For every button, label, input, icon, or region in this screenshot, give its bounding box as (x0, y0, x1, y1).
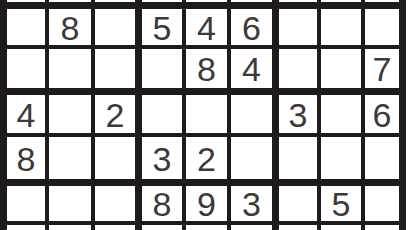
cell-r4c1[interactable]: 8 (7, 137, 45, 179)
given-digit: 4 (242, 51, 261, 86)
grid-vline-8-thin (361, 0, 365, 230)
grid-hline-4-thick (0, 179, 406, 186)
cell-r1c9[interactable] (365, 9, 399, 45)
cell-r2c7[interactable] (279, 49, 317, 88)
cell-r4c8[interactable] (321, 137, 361, 179)
cell-r4c7[interactable] (279, 137, 317, 179)
grid-vline-4-thin (182, 0, 186, 230)
grid-vline-6-thick (272, 0, 279, 230)
grid-vline-9-thick (399, 0, 406, 230)
sudoku-board: 854684742368328935 (0, 0, 410, 230)
cell-r5c5[interactable]: 9 (186, 186, 227, 221)
given-digit: 7 (373, 51, 392, 86)
cell-r3c8[interactable] (321, 95, 361, 133)
cell-r4c3[interactable] (95, 137, 135, 179)
given-digit: 8 (153, 186, 172, 221)
cell-r1c7[interactable] (279, 9, 317, 45)
given-digit: 2 (197, 141, 216, 176)
given-digit: 8 (197, 51, 216, 86)
cell-r5c7[interactable] (279, 186, 317, 221)
cell-r5c8[interactable]: 5 (321, 186, 361, 221)
grid-hline-3-thin (0, 133, 406, 137)
cell-r5c1[interactable] (7, 186, 45, 221)
grid-vline-5-thin (227, 0, 231, 230)
cell-r1c1[interactable] (7, 9, 45, 45)
cell-r5c2[interactable] (49, 186, 91, 221)
cell-r1c3[interactable] (95, 9, 135, 45)
cell-r2c9[interactable]: 7 (365, 49, 399, 88)
cell-r3c7[interactable]: 3 (279, 95, 317, 133)
cell-r4c6[interactable] (231, 137, 272, 179)
cell-r2c3[interactable] (95, 49, 135, 88)
cell-r1c6[interactable]: 6 (231, 9, 272, 45)
cell-r2c8[interactable] (321, 49, 361, 88)
grid-hline-0-thick (0, 2, 406, 9)
cell-r1c5[interactable]: 4 (186, 9, 227, 45)
grid-hline-1-thin (0, 45, 406, 49)
given-digit: 3 (153, 141, 172, 176)
grid-hline-5-thin (0, 221, 406, 225)
given-digit: 6 (242, 10, 261, 45)
given-digit: 8 (61, 10, 80, 45)
cell-r2c2[interactable] (49, 49, 91, 88)
cell-r5c6[interactable]: 3 (231, 186, 272, 221)
cell-r3c4[interactable] (142, 95, 182, 133)
given-digit: 4 (17, 97, 36, 132)
cell-r2c5[interactable]: 8 (186, 49, 227, 88)
given-digit: 4 (197, 10, 216, 45)
cell-r3c9[interactable]: 6 (365, 95, 399, 133)
cell-r3c3[interactable]: 2 (95, 95, 135, 133)
cell-r5c4[interactable]: 8 (142, 186, 182, 221)
cell-r2c4[interactable] (142, 49, 182, 88)
grid-vline-1-thin (45, 0, 49, 230)
grid-hline-2-thick (0, 88, 406, 95)
cell-r4c9[interactable] (365, 137, 399, 179)
cell-r3c1[interactable]: 4 (7, 95, 45, 133)
given-digit: 3 (289, 97, 308, 132)
cell-r3c6[interactable] (231, 95, 272, 133)
cell-r2c1[interactable] (7, 49, 45, 88)
cell-r3c2[interactable] (49, 95, 91, 133)
cell-r5c9[interactable] (365, 186, 399, 221)
given-digit: 8 (17, 141, 36, 176)
grid-vline-2-thin (91, 0, 95, 230)
given-digit: 5 (332, 186, 351, 221)
cell-r1c2[interactable]: 8 (49, 9, 91, 45)
grid-vline-0-thick (0, 0, 7, 230)
cell-r5c3[interactable] (95, 186, 135, 221)
given-digit: 9 (197, 186, 216, 221)
cell-r2c6[interactable]: 4 (231, 49, 272, 88)
cell-r4c4[interactable]: 3 (142, 137, 182, 179)
cell-r1c8[interactable] (321, 9, 361, 45)
cell-r4c5[interactable]: 2 (186, 137, 227, 179)
grid-vline-7-thin (317, 0, 321, 230)
cell-r3c5[interactable] (186, 95, 227, 133)
cell-r1c4[interactable]: 5 (142, 9, 182, 45)
given-digit: 5 (153, 10, 172, 45)
given-digit: 2 (106, 97, 125, 132)
given-digit: 6 (373, 97, 392, 132)
grid-vline-3-thick (135, 0, 142, 230)
cell-r4c2[interactable] (49, 137, 91, 179)
given-digit: 3 (242, 186, 261, 221)
